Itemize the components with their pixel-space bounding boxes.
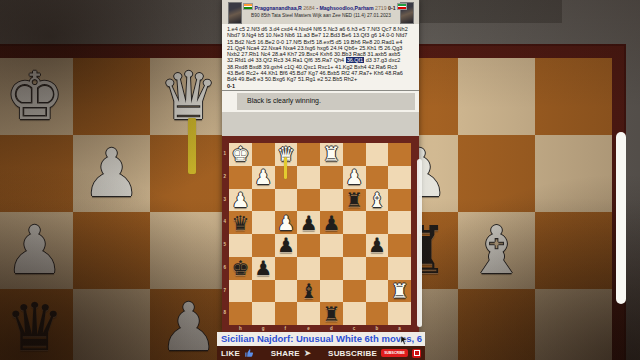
- video-title-bar: Sicilian Najdorf: Unusual White 6th move…: [217, 332, 425, 347]
- file-label-d: d: [330, 327, 333, 332]
- white-bishop[interactable]: ♝: [368, 190, 386, 210]
- square-e2[interactable]: [297, 166, 320, 189]
- square-h3: ♟: [0, 212, 73, 289]
- square-b3: ♝: [458, 212, 535, 289]
- file-label-g: g: [262, 327, 265, 332]
- share-arrow-icon[interactable]: ➤: [304, 349, 312, 358]
- square-c6[interactable]: [343, 257, 366, 280]
- white-pawn: ♟: [5, 218, 64, 284]
- bg-annotation-box-enlarged: [420, 0, 562, 23]
- subscribe-badge[interactable]: SUBSCRIBE: [381, 349, 408, 357]
- square-g5[interactable]: [252, 234, 275, 257]
- black-pawn[interactable]: ♟: [322, 213, 340, 233]
- square-f5[interactable]: ♟: [275, 234, 298, 257]
- last-move-arrow: [284, 157, 287, 179]
- white-player-name: Praggnanandhaa,R: [254, 5, 301, 11]
- square-c4[interactable]: [343, 211, 366, 234]
- share-button[interactable]: SHARE: [271, 349, 300, 358]
- square-c5[interactable]: [343, 234, 366, 257]
- board-scrollbar[interactable]: [417, 159, 422, 327]
- square-a4[interactable]: [388, 211, 411, 234]
- square-b4: [458, 289, 535, 360]
- like-button[interactable]: LIKE: [221, 349, 240, 358]
- players-line: Praggnanandhaa,R 2684 - Maghsoodloo,Parh…: [243, 3, 399, 11]
- notation-panel[interactable]: 1.e4 c5 2.Nf3 d6 3.d4 cxd4 4.Nxd4 Nf6 5.…: [222, 24, 419, 112]
- black-rook[interactable]: ♜: [345, 190, 363, 210]
- square-a2: [535, 135, 612, 212]
- move-list[interactable]: 1.e4 c5 2.Nf3 d6 3.d4 cxd4 4.Nxd4 Nf6 5.…: [222, 24, 419, 83]
- white-rook[interactable]: ♜: [391, 281, 409, 301]
- square-b5[interactable]: ♟: [366, 234, 389, 257]
- iran-flag-icon: [397, 3, 407, 10]
- file-label-f: f: [285, 327, 287, 332]
- square-f4[interactable]: ♟: [275, 211, 298, 234]
- square-d6[interactable]: [320, 257, 343, 280]
- rank-label-3: 3: [224, 198, 227, 203]
- square-g2[interactable]: ♟: [252, 166, 275, 189]
- square-c8[interactable]: [343, 302, 366, 325]
- black-queen: ♛: [5, 295, 64, 360]
- black-player-name: Maghsoodloo,Parham: [319, 5, 373, 11]
- square-h6[interactable]: ♚: [229, 257, 252, 280]
- india-flag-icon: [243, 3, 253, 10]
- chess-board: ♚♛♜♟♟♟♜♝♛♟♟♟♟♟♚♟♝♜♜ 12345678hgfedcba: [222, 136, 419, 332]
- rank-label-8: 8: [224, 311, 227, 316]
- square-a5[interactable]: [388, 234, 411, 257]
- white-pawn[interactable]: ♟: [345, 167, 363, 187]
- square-d7[interactable]: [320, 280, 343, 303]
- square-f8[interactable]: [275, 302, 298, 325]
- white-pawn[interactable]: ♟: [254, 167, 272, 187]
- black-pawn[interactable]: ♟: [277, 235, 295, 255]
- square-a2[interactable]: [388, 166, 411, 189]
- square-b8[interactable]: [366, 302, 389, 325]
- square-d4[interactable]: ♟: [320, 211, 343, 234]
- players-separator: -: [316, 5, 318, 11]
- rank-label-2: 2: [224, 175, 227, 180]
- square-h4[interactable]: ♛: [229, 211, 252, 234]
- square-g8[interactable]: [252, 302, 275, 325]
- file-label-h: h: [239, 327, 242, 332]
- square-f3: [150, 212, 227, 289]
- black-pawn[interactable]: ♟: [300, 213, 318, 233]
- square-b7[interactable]: [366, 280, 389, 303]
- black-pawn[interactable]: ♟: [254, 258, 272, 278]
- square-b3[interactable]: ♝: [366, 189, 389, 212]
- square-b2: [458, 135, 535, 212]
- square-d1[interactable]: ♜: [320, 143, 343, 166]
- black-rook[interactable]: ♜: [322, 304, 340, 324]
- square-h2: [0, 135, 73, 212]
- file-label-e: e: [307, 327, 310, 332]
- rank-label-6: 6: [224, 266, 227, 271]
- square-b2[interactable]: [366, 166, 389, 189]
- square-b6[interactable]: [366, 257, 389, 280]
- white-pawn: ♟: [159, 295, 218, 360]
- black-elo: 2719: [375, 5, 387, 11]
- game-header: Praggnanandhaa,R 2684 - Maghsoodloo,Parh…: [222, 0, 419, 24]
- rank-label-5: 5: [224, 243, 227, 248]
- square-g3: [73, 212, 150, 289]
- square-h3[interactable]: ♟: [229, 189, 252, 212]
- current-move-highlight[interactable]: 36.Qf1: [346, 57, 365, 63]
- square-h8[interactable]: [229, 302, 252, 325]
- square-d5[interactable]: [320, 234, 343, 257]
- file-label-a: a: [398, 327, 401, 332]
- youtube-icon[interactable]: [412, 349, 421, 358]
- square-a6[interactable]: [388, 257, 411, 280]
- square-a4: [535, 289, 612, 360]
- square-e5[interactable]: [297, 234, 320, 257]
- black-pawn[interactable]: ♟: [368, 235, 386, 255]
- square-h4: ♛: [0, 289, 73, 360]
- subscribe-button[interactable]: SUBSCRIBE: [328, 349, 377, 358]
- background-scrollbar[interactable]: [616, 132, 626, 304]
- black-king[interactable]: ♚: [231, 258, 249, 278]
- square-h1: ♚: [0, 58, 73, 135]
- white-rook[interactable]: ♜: [322, 144, 340, 164]
- square-g1[interactable]: [252, 143, 275, 166]
- white-pawn[interactable]: ♟: [231, 190, 249, 210]
- square-c1[interactable]: [343, 143, 366, 166]
- rank-label-1: 1: [224, 152, 227, 157]
- square-e8[interactable]: [297, 302, 320, 325]
- square-g7[interactable]: [252, 280, 275, 303]
- square-a8[interactable]: [388, 302, 411, 325]
- result-line: 0-1: [222, 83, 419, 89]
- square-e6[interactable]: [297, 257, 320, 280]
- square-b1[interactable]: [366, 143, 389, 166]
- square-c7[interactable]: [343, 280, 366, 303]
- square-e3[interactable]: [297, 189, 320, 212]
- square-f4: ♟: [150, 289, 227, 360]
- game-result-header: 0-1: [388, 5, 396, 11]
- white-elo: 2684: [303, 5, 315, 11]
- square-g4[interactable]: [252, 211, 275, 234]
- square-f6[interactable]: [275, 257, 298, 280]
- square-g2: ♟: [73, 135, 150, 212]
- black-queen[interactable]: ♛: [231, 213, 249, 233]
- square-h1[interactable]: ♚: [229, 143, 252, 166]
- black-bishop[interactable]: ♝: [300, 281, 318, 301]
- action-bar: LIKE SHARE ➤ SUBSCRIBE SUBSCRIBE: [217, 346, 425, 360]
- square-f3[interactable]: [275, 189, 298, 212]
- square-g1: [73, 58, 150, 135]
- white-pawn: ♟: [82, 141, 141, 207]
- white-player-photo: [228, 2, 242, 24]
- square-c2[interactable]: ♟: [343, 166, 366, 189]
- square-d8[interactable]: ♜: [320, 302, 343, 325]
- bg-move-arrow: [188, 118, 196, 174]
- white-pawn[interactable]: ♟: [277, 213, 295, 233]
- square-a3[interactable]: [388, 189, 411, 212]
- white-king: ♚: [5, 64, 64, 130]
- video-frame: ♚♛♜♟♟♟♜♝♛♟♟♟♟♟♚♟♝♜♜ Praggnanandhaa,R 268…: [0, 0, 640, 360]
- square-e1[interactable]: [297, 143, 320, 166]
- square-a3: [535, 212, 612, 289]
- square-d2[interactable]: [320, 166, 343, 189]
- file-label-c: c: [353, 327, 356, 332]
- square-g3[interactable]: [252, 189, 275, 212]
- square-e4[interactable]: ♟: [297, 211, 320, 234]
- square-h2[interactable]: [229, 166, 252, 189]
- white-bishop: ♝: [467, 218, 526, 284]
- thumbs-up-icon[interactable]: [244, 348, 254, 358]
- square-b4[interactable]: [366, 211, 389, 234]
- square-g6[interactable]: ♟: [252, 257, 275, 280]
- video-title: Sicilian Najdorf: Unusual White 6th move…: [217, 332, 425, 344]
- square-c3[interactable]: ♜: [343, 189, 366, 212]
- square-a1: [535, 58, 612, 135]
- file-label-b: b: [376, 327, 379, 332]
- rank-label-4: 4: [224, 220, 227, 225]
- square-a7[interactable]: ♜: [388, 280, 411, 303]
- square-a1[interactable]: [388, 143, 411, 166]
- analysis-window: Praggnanandhaa,R 2684 - Maghsoodloo,Parh…: [222, 0, 419, 332]
- notation-separator: [222, 90, 419, 91]
- square-h7[interactable]: [229, 280, 252, 303]
- square-g4: [73, 289, 150, 360]
- square-f7[interactable]: [275, 280, 298, 303]
- white-king[interactable]: ♚: [231, 144, 249, 164]
- rank-label-7: 7: [224, 289, 227, 294]
- mouse-cursor-icon: [400, 336, 409, 345]
- annotation-text: Black is clearly winning.: [237, 93, 415, 110]
- square-h5[interactable]: [229, 234, 252, 257]
- event-line: B90 85th Tata Steel Masters Wijk aan Zee…: [243, 13, 399, 18]
- square-b1: [458, 58, 535, 135]
- square-d3[interactable]: [320, 189, 343, 212]
- square-e7[interactable]: ♝: [297, 280, 320, 303]
